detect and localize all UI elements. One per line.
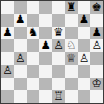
square-d5[interactable]: ♟ [39, 39, 52, 52]
square-g8[interactable] [78, 1, 91, 14]
square-h8[interactable]: ♚ [90, 1, 103, 14]
square-f2[interactable] [65, 78, 78, 91]
square-e1[interactable]: ♖ [52, 90, 65, 103]
square-a3[interactable]: ♙ [1, 65, 14, 78]
square-h4[interactable] [90, 52, 103, 65]
black-pawn-g7: ♟ [79, 14, 89, 26]
square-e6[interactable]: ♛ [52, 27, 65, 40]
square-e8[interactable] [52, 1, 65, 14]
square-c3[interactable] [27, 65, 40, 78]
square-c4[interactable] [27, 52, 40, 65]
square-d6[interactable] [39, 27, 52, 40]
square-b7[interactable]: ♟ [14, 14, 27, 27]
square-b2[interactable] [14, 78, 27, 91]
square-h1[interactable] [90, 90, 103, 103]
square-a5[interactable] [1, 39, 14, 52]
square-b6[interactable] [14, 27, 27, 40]
square-a7[interactable] [1, 14, 14, 27]
square-b1[interactable] [14, 90, 27, 103]
square-d2[interactable] [39, 78, 52, 91]
white-pawn-e5: ♙ [53, 40, 63, 52]
square-d3[interactable] [39, 65, 52, 78]
square-d1[interactable] [39, 90, 52, 103]
square-g4[interactable]: ♙ [78, 52, 91, 65]
square-e3[interactable] [52, 65, 65, 78]
black-rook-f8: ♜ [66, 2, 76, 14]
square-d4[interactable] [39, 52, 52, 65]
square-e7[interactable] [52, 14, 65, 27]
square-h5[interactable]: ♙ [90, 39, 103, 52]
black-pawn-h6: ♟ [91, 27, 101, 39]
black-pawn-a6: ♟ [2, 27, 12, 39]
square-g7[interactable]: ♟ [78, 14, 91, 27]
square-c6[interactable]: ♞ [27, 27, 40, 40]
white-knight-f5: ♘ [66, 40, 76, 52]
square-c8[interactable] [27, 1, 40, 14]
square-e5[interactable]: ♙ [52, 39, 65, 52]
square-g1[interactable] [78, 90, 91, 103]
square-e2[interactable] [52, 78, 65, 91]
square-d8[interactable] [39, 1, 52, 14]
square-h2[interactable]: ♔ [90, 78, 103, 91]
black-queen-e6: ♛ [53, 27, 63, 39]
black-king-h8: ♚ [91, 2, 101, 14]
square-c7[interactable] [27, 14, 40, 27]
white-pawn-b4: ♙ [15, 53, 25, 65]
white-pawn-a3: ♙ [2, 65, 12, 77]
square-c5[interactable] [27, 39, 40, 52]
square-c1[interactable] [27, 90, 40, 103]
square-g6[interactable] [78, 27, 91, 40]
square-f4[interactable]: ♕ [65, 52, 78, 65]
square-b8[interactable] [14, 1, 27, 14]
black-knight-c6: ♞ [28, 27, 38, 39]
square-g2[interactable] [78, 78, 91, 91]
square-f6[interactable] [65, 27, 78, 40]
black-pawn-b7: ♟ [15, 14, 25, 26]
white-pawn-g4: ♙ [79, 53, 89, 65]
square-b3[interactable] [14, 65, 27, 78]
white-king-h2: ♔ [91, 78, 101, 90]
square-b5[interactable] [14, 39, 27, 52]
square-h6[interactable]: ♟ [90, 27, 103, 40]
square-d7[interactable] [39, 14, 52, 27]
white-rook-e1: ♖ [53, 91, 63, 103]
square-f1[interactable] [65, 90, 78, 103]
square-f5[interactable]: ♘ [65, 39, 78, 52]
square-c2[interactable] [27, 78, 40, 91]
square-a2[interactable] [1, 78, 14, 91]
square-a8[interactable] [1, 1, 14, 14]
square-f3[interactable] [65, 65, 78, 78]
square-g3[interactable] [78, 65, 91, 78]
square-h7[interactable] [90, 14, 103, 27]
square-b4[interactable]: ♙ [14, 52, 27, 65]
square-f7[interactable] [65, 14, 78, 27]
white-queen-f4: ♕ [66, 53, 76, 65]
square-h3[interactable] [90, 65, 103, 78]
square-a6[interactable]: ♟ [1, 27, 14, 40]
square-f8[interactable]: ♜ [65, 1, 78, 14]
square-g5[interactable] [78, 39, 91, 52]
white-pawn-h5: ♙ [91, 40, 101, 52]
square-a1[interactable] [1, 90, 14, 103]
square-e4[interactable] [52, 52, 65, 65]
chess-board: ♜♚♟♟♟♞♛♟♟♙♘♙♙♕♙♙♔♖ [0, 0, 104, 104]
square-a4[interactable] [1, 52, 14, 65]
black-pawn-d5: ♟ [40, 40, 50, 52]
